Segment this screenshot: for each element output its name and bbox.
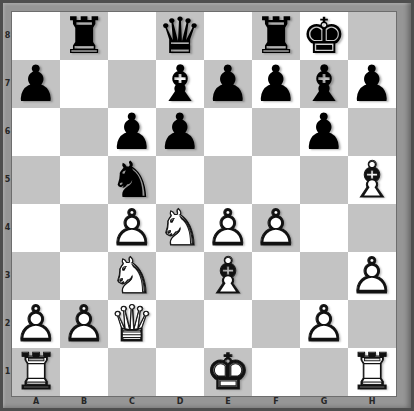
piece-black-rook: ♜ (252, 12, 300, 60)
piece-black-pawn: ♟ (108, 108, 156, 156)
piece-white-bishop-outline: ♗ (204, 252, 252, 300)
square-e1[interactable]: ♚♔ (204, 348, 252, 396)
piece-white-bishop-outline: ♗ (348, 156, 396, 204)
square-f8[interactable]: ♜ (252, 12, 300, 60)
square-d5[interactable] (156, 156, 204, 204)
piece-white-pawn-outline: ♙ (204, 204, 252, 252)
piece-black-king: ♚ (300, 12, 348, 60)
piece-white-knight: ♞ (156, 204, 204, 252)
square-c6[interactable]: ♟ (108, 108, 156, 156)
piece-black-pawn: ♟ (12, 60, 60, 108)
piece-white-pawn-outline: ♙ (60, 300, 108, 348)
piece-white-pawn-outline: ♙ (348, 252, 396, 300)
square-d2[interactable] (156, 300, 204, 348)
file-label-h: H (348, 396, 396, 408)
piece-white-pawn: ♟ (204, 204, 252, 252)
piece-white-pawn: ♟ (348, 252, 396, 300)
square-a6[interactable] (12, 108, 60, 156)
piece-white-knight-outline: ♘ (156, 204, 204, 252)
square-h8[interactable] (348, 12, 396, 60)
piece-white-queen-outline: ♕ (108, 300, 156, 348)
piece-white-pawn: ♟ (252, 204, 300, 252)
square-b4[interactable] (60, 204, 108, 252)
piece-white-queen: ♛ (108, 300, 156, 348)
piece-white-rook: ♜ (348, 348, 396, 396)
rank-label-6: 6 (3, 108, 12, 156)
square-e7[interactable]: ♟ (204, 60, 252, 108)
square-a8[interactable] (12, 12, 60, 60)
piece-black-rook: ♜ (60, 12, 108, 60)
square-f5[interactable] (252, 156, 300, 204)
piece-black-pawn: ♟ (156, 108, 204, 156)
file-labels: ABCDEFGH (12, 396, 396, 408)
square-g7[interactable]: ♝ (300, 60, 348, 108)
piece-black-pawn: ♟ (348, 60, 396, 108)
piece-white-pawn-outline: ♙ (300, 300, 348, 348)
square-h4[interactable] (348, 204, 396, 252)
square-g5[interactable] (300, 156, 348, 204)
piece-white-pawn-outline: ♙ (108, 204, 156, 252)
square-c7[interactable] (108, 60, 156, 108)
piece-white-king-outline: ♔ (204, 348, 252, 396)
piece-black-queen: ♛ (156, 12, 204, 60)
square-c3[interactable]: ♞♘ (108, 252, 156, 300)
square-b2[interactable]: ♟♙ (60, 300, 108, 348)
square-b6[interactable] (60, 108, 108, 156)
square-h1[interactable]: ♜♖ (348, 348, 396, 396)
square-h7[interactable]: ♟ (348, 60, 396, 108)
square-b1[interactable] (60, 348, 108, 396)
square-d6[interactable]: ♟ (156, 108, 204, 156)
square-a7[interactable]: ♟ (12, 60, 60, 108)
square-c4[interactable]: ♟♙ (108, 204, 156, 252)
piece-white-pawn-outline: ♙ (12, 300, 60, 348)
square-d1[interactable] (156, 348, 204, 396)
piece-white-king: ♚ (204, 348, 252, 396)
square-d3[interactable] (156, 252, 204, 300)
square-f6[interactable] (252, 108, 300, 156)
rank-label-8: 8 (3, 12, 12, 60)
rank-label-2: 2 (3, 300, 12, 348)
square-c8[interactable] (108, 12, 156, 60)
square-e8[interactable] (204, 12, 252, 60)
file-label-g: G (300, 396, 348, 408)
piece-white-rook: ♜ (12, 348, 60, 396)
piece-black-pawn: ♟ (252, 60, 300, 108)
square-c5[interactable]: ♞ (108, 156, 156, 204)
square-f1[interactable] (252, 348, 300, 396)
square-a5[interactable] (12, 156, 60, 204)
chess-board: ♜♛♜♚♟♝♟♟♝♟♟♟♟♞♝♗♟♙♞♘♟♙♟♙♞♘♝♗♟♙♟♙♟♙♛♕♟♙♜♖… (12, 12, 396, 396)
piece-black-bishop: ♝ (156, 60, 204, 108)
square-g3[interactable] (300, 252, 348, 300)
square-f2[interactable] (252, 300, 300, 348)
square-c1[interactable] (108, 348, 156, 396)
file-label-f: F (252, 396, 300, 408)
square-b8[interactable]: ♜ (60, 12, 108, 60)
file-label-e: E (204, 396, 252, 408)
file-label-b: B (60, 396, 108, 408)
square-g8[interactable]: ♚ (300, 12, 348, 60)
rank-label-1: 1 (3, 348, 12, 396)
square-e5[interactable] (204, 156, 252, 204)
piece-white-rook-outline: ♖ (12, 348, 60, 396)
piece-white-bishop: ♝ (348, 156, 396, 204)
rank-label-7: 7 (3, 60, 12, 108)
piece-black-pawn: ♟ (204, 60, 252, 108)
square-c2[interactable]: ♛♕ (108, 300, 156, 348)
piece-white-pawn: ♟ (60, 300, 108, 348)
piece-black-knight: ♞ (108, 156, 156, 204)
square-d4[interactable]: ♞♘ (156, 204, 204, 252)
square-a1[interactable]: ♜♖ (12, 348, 60, 396)
square-a2[interactable]: ♟♙ (12, 300, 60, 348)
file-label-c: C (108, 396, 156, 408)
square-e4[interactable]: ♟♙ (204, 204, 252, 252)
square-a3[interactable] (12, 252, 60, 300)
rank-label-3: 3 (3, 252, 12, 300)
square-g6[interactable]: ♟ (300, 108, 348, 156)
square-f7[interactable]: ♟ (252, 60, 300, 108)
rank-label-5: 5 (3, 156, 12, 204)
square-g1[interactable] (300, 348, 348, 396)
square-h5[interactable]: ♝♗ (348, 156, 396, 204)
square-b7[interactable] (60, 60, 108, 108)
square-g4[interactable] (300, 204, 348, 252)
piece-white-pawn: ♟ (12, 300, 60, 348)
chess-board-frame: 87654321 ♜♛♜♚♟♝♟♟♝♟♟♟♟♞♝♗♟♙♞♘♟♙♟♙♞♘♝♗♟♙♟… (0, 0, 414, 411)
piece-white-knight-outline: ♘ (108, 252, 156, 300)
piece-white-rook-outline: ♖ (348, 348, 396, 396)
piece-white-pawn-outline: ♙ (252, 204, 300, 252)
piece-white-bishop: ♝ (204, 252, 252, 300)
rank-label-4: 4 (3, 204, 12, 252)
square-d7[interactable]: ♝ (156, 60, 204, 108)
square-h6[interactable] (348, 108, 396, 156)
file-label-d: D (156, 396, 204, 408)
rank-labels: 87654321 (3, 12, 12, 396)
square-f4[interactable]: ♟♙ (252, 204, 300, 252)
piece-white-knight: ♞ (108, 252, 156, 300)
square-g2[interactable]: ♟♙ (300, 300, 348, 348)
piece-black-pawn: ♟ (300, 108, 348, 156)
piece-white-pawn: ♟ (300, 300, 348, 348)
piece-black-bishop: ♝ (300, 60, 348, 108)
square-e3[interactable]: ♝♗ (204, 252, 252, 300)
square-f3[interactable] (252, 252, 300, 300)
square-d8[interactable]: ♛ (156, 12, 204, 60)
square-e2[interactable] (204, 300, 252, 348)
square-e6[interactable] (204, 108, 252, 156)
square-b5[interactable] (60, 156, 108, 204)
file-label-a: A (12, 396, 60, 408)
piece-white-pawn: ♟ (108, 204, 156, 252)
square-a4[interactable] (12, 204, 60, 252)
square-h2[interactable] (348, 300, 396, 348)
square-b3[interactable] (60, 252, 108, 300)
square-h3[interactable]: ♟♙ (348, 252, 396, 300)
